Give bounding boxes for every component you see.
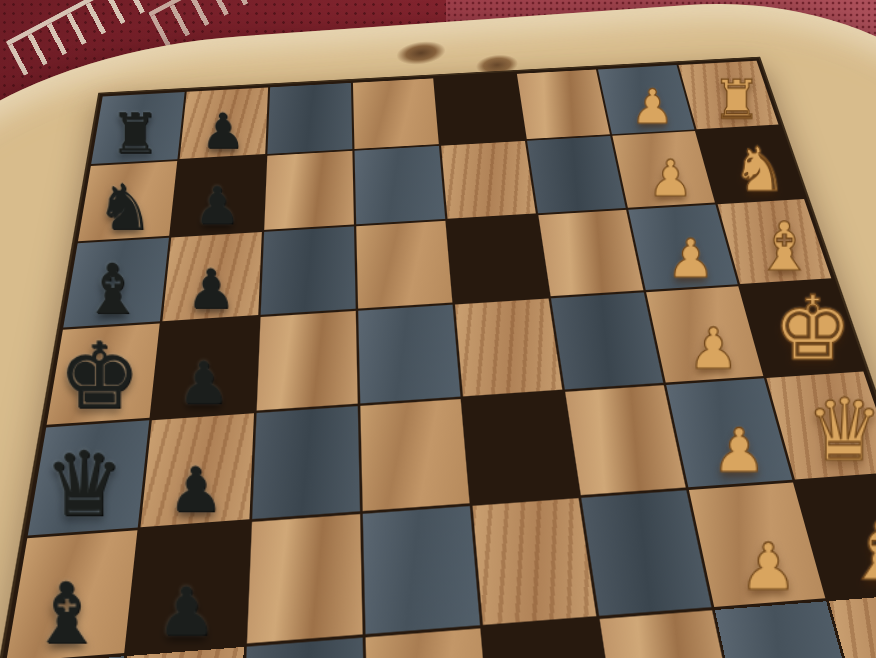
square-h4[interactable]: [435, 74, 524, 144]
piece-white-pawn-h2[interactable]: ♟: [631, 85, 674, 130]
square-h2[interactable]: ♟: [598, 65, 695, 134]
square-f1[interactable]: ♝: [718, 199, 832, 284]
square-f7[interactable]: ♟: [162, 232, 261, 321]
square-d4[interactable]: [463, 392, 578, 503]
piece-black-king-e8[interactable]: ♚: [58, 332, 140, 419]
square-c5[interactable]: [363, 506, 480, 634]
square-g5[interactable]: [355, 146, 446, 224]
square-h3[interactable]: [517, 69, 610, 139]
square-e4[interactable]: [455, 298, 562, 396]
chess-board: ♜♟♟♜♞♟♟♞♝♟♟♝♚♟♟♚♛♟♟♛♝♟♟♝♞♟♟♞♜♟♟♜: [0, 58, 876, 658]
square-d8[interactable]: ♛: [28, 420, 150, 535]
square-d5[interactable]: [360, 399, 469, 511]
board-scene: ♜♟♟♜♞♟♟♞♝♟♟♝♚♟♟♚♛♟♟♛♝♟♟♝♞♟♟♞♜♟♟♜: [0, 0, 876, 658]
piece-white-king-e1[interactable]: ♚: [773, 286, 852, 370]
square-e3[interactable]: [551, 292, 663, 389]
piece-black-pawn-c7[interactable]: ♟: [156, 582, 216, 645]
square-g1[interactable]: ♞: [697, 126, 803, 202]
square-g6[interactable]: [264, 151, 354, 230]
square-d7[interactable]: ♟: [140, 413, 254, 527]
square-b4[interactable]: [483, 619, 617, 658]
square-c4[interactable]: [473, 498, 597, 625]
piece-white-bishop-c1[interactable]: ♝: [845, 513, 876, 590]
square-d3[interactable]: [565, 385, 686, 495]
square-c6[interactable]: [247, 514, 363, 643]
square-h7[interactable]: ♟: [180, 87, 269, 159]
square-e6[interactable]: [257, 311, 358, 411]
square-d1[interactable]: ♛: [766, 371, 876, 479]
piece-white-knight-g1[interactable]: ♞: [732, 140, 787, 198]
square-e5[interactable]: [358, 305, 460, 404]
square-h6[interactable]: [267, 83, 352, 154]
piece-white-pawn-g2[interactable]: ♟: [648, 156, 693, 204]
piece-white-pawn-d2[interactable]: ♟: [712, 423, 766, 480]
piece-black-bishop-c8[interactable]: ♝: [29, 574, 104, 654]
square-f2[interactable]: ♟: [628, 204, 737, 290]
piece-black-pawn-h7[interactable]: ♟: [201, 109, 245, 155]
piece-black-pawn-e7[interactable]: ♟: [178, 357, 230, 412]
piece-white-pawn-e2[interactable]: ♟: [688, 323, 739, 377]
square-g8[interactable]: ♞: [78, 161, 177, 241]
square-c7[interactable]: ♟: [127, 522, 249, 653]
square-f4[interactable]: [448, 215, 549, 302]
square-f5[interactable]: [356, 221, 452, 309]
square-g3[interactable]: [527, 136, 626, 213]
piece-white-rook-h1[interactable]: ♜: [712, 74, 760, 125]
square-c8[interactable]: ♝: [6, 530, 137, 658]
piece-white-pawn-f2[interactable]: ♟: [667, 234, 715, 285]
piece-black-bishop-f8[interactable]: ♝: [81, 257, 143, 323]
piece-black-queen-d8[interactable]: ♛: [44, 444, 124, 529]
square-e8[interactable]: ♚: [47, 324, 160, 425]
square-d2[interactable]: ♟: [666, 378, 792, 487]
piece-black-pawn-g7[interactable]: ♟: [194, 182, 240, 231]
square-g7[interactable]: ♟: [171, 156, 265, 236]
piece-white-bishop-f1[interactable]: ♝: [754, 215, 814, 279]
piece-black-pawn-d7[interactable]: ♟: [168, 461, 224, 520]
square-f3[interactable]: [538, 210, 643, 296]
square-d6[interactable]: [252, 406, 360, 519]
piece-white-pawn-c2[interactable]: ♟: [739, 538, 797, 600]
square-h5[interactable]: [353, 78, 439, 149]
square-f6[interactable]: [261, 226, 356, 314]
piece-black-pawn-f7[interactable]: ♟: [186, 264, 235, 316]
piece-black-knight-g8[interactable]: ♞: [96, 177, 152, 237]
piece-white-queen-d1[interactable]: ♛: [806, 391, 876, 473]
square-h1[interactable]: ♜: [679, 61, 779, 130]
square-b1[interactable]: ♞: [829, 592, 876, 658]
square-e7[interactable]: ♟: [152, 317, 258, 417]
square-c3[interactable]: [581, 490, 711, 616]
piece-black-rook-h8[interactable]: ♜: [110, 108, 160, 161]
square-h8[interactable]: ♜: [91, 92, 185, 164]
square-g4[interactable]: [441, 141, 536, 219]
square-f8[interactable]: ♝: [63, 238, 169, 328]
square-b5[interactable]: [366, 628, 493, 658]
